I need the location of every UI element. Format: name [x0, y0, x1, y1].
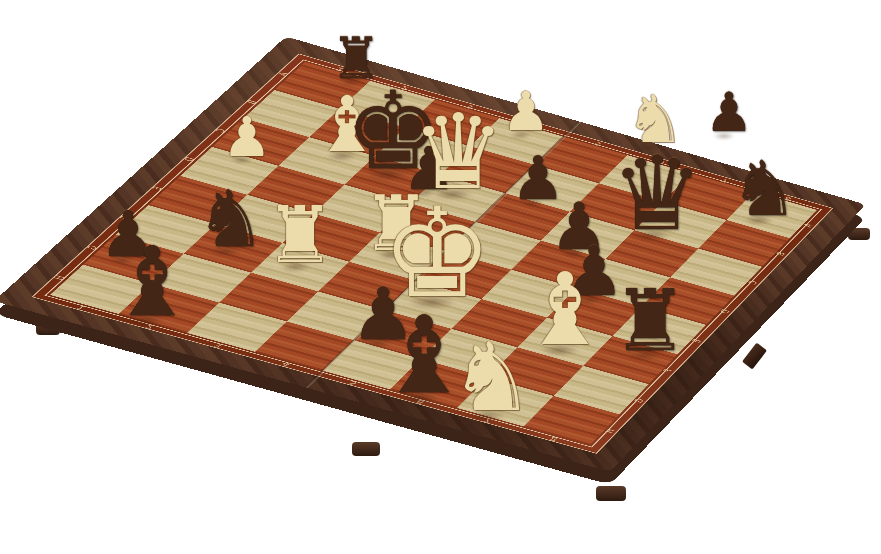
piece-white-pawn-a4[interactable]: ♟ — [502, 85, 550, 139]
piece-black-rook-e8[interactable]: ♜ — [612, 278, 688, 363]
piece-black-bishop-h2[interactable]: ♝ — [109, 234, 195, 330]
piece-black-knight-f2[interactable]: ♞ — [196, 180, 266, 258]
chessboard-photo-scene: ABCDEFGH ABCDEFGH 12345678 12345678 ♜♚♞♟… — [0, 0, 881, 554]
piece-white-knight-h7[interactable]: ♞ — [449, 330, 534, 425]
piece-white-rook-f3[interactable]: ♜ — [265, 196, 335, 274]
piece-black-pawn-a7[interactable]: ♟ — [705, 86, 753, 140]
piece-white-pawn-d1[interactable]: ♟ — [222, 110, 271, 165]
pieces-layer: ♜♚♞♟♝♟♟♟♟♟♞♛♜♟♝♟♝♛♟♞♜♜♚♝♞ — [0, 0, 881, 554]
piece-black-queen-b7[interactable]: ♛ — [611, 143, 702, 245]
piece-black-knight-a8[interactable]: ♞ — [730, 151, 798, 227]
